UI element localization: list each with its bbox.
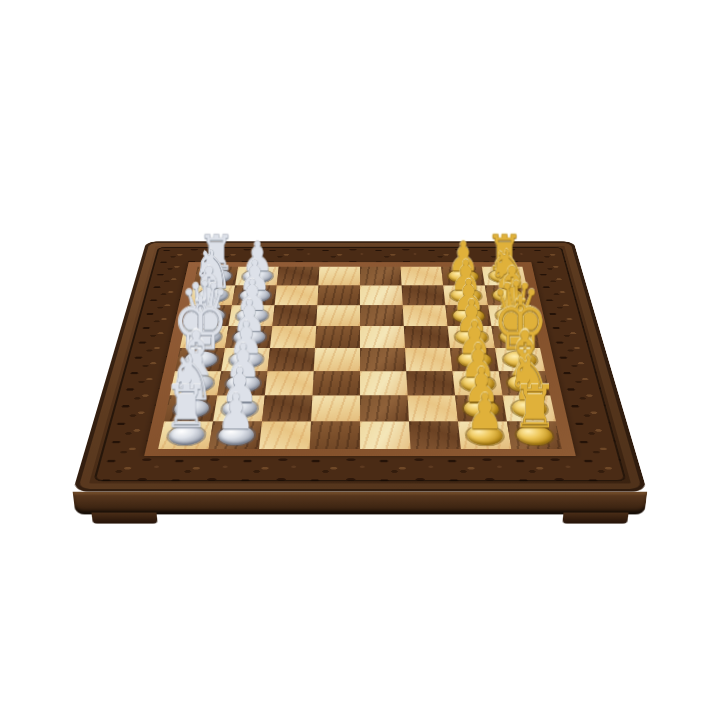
square-e4[interactable] [314,348,360,371]
board-front-edge [73,492,648,515]
square-b5[interactable] [360,286,403,306]
square-f4[interactable] [312,371,360,395]
square-d4[interactable] [315,326,360,348]
square-h2[interactable]: ♟ [209,421,262,448]
square-d5[interactable] [360,326,405,348]
square-f5[interactable] [360,371,408,395]
square-h8[interactable]: ♜ [507,421,562,448]
square-c4[interactable] [316,305,360,326]
square-g5[interactable] [360,396,409,422]
square-e5[interactable] [360,348,406,371]
chess-board: ♜♟♟♜♞♟♟♞♝♟♟♝♛♟♟♛♚♟♟♚♝♟♟♝♞♟♟♞♜♟♟♜ [73,241,648,491]
silver-p-piece-h2[interactable]: ♟ [196,387,276,436]
square-h4[interactable] [310,421,360,448]
board-foot-right [562,513,628,524]
square-g4[interactable] [311,396,360,422]
square-b4[interactable] [317,286,360,306]
square-c5[interactable] [360,305,404,326]
square-h5[interactable] [360,421,410,448]
board-foot-left [91,513,157,524]
gold-r-piece-h8[interactable]: ♜ [494,378,574,437]
product-photo-scene: ♜♟♟♜♞♟♟♞♝♟♟♝♛♟♟♛♚♟♟♚♝♟♟♝♞♟♟♞♜♟♟♜ [0,0,720,720]
checkerboard: ♜♟♟♜♞♟♟♞♝♟♟♝♛♟♟♛♚♟♟♚♝♟♟♝♞♟♟♞♜♟♟♜ [158,267,562,449]
